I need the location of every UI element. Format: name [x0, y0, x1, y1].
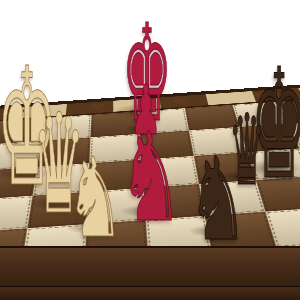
pieces-layer: ♚♟♚♚♛♛♞♞♞ [0, 0, 300, 300]
piece-natural-knight[interactable]: ♞ [66, 143, 123, 253]
piece-red-knight[interactable]: ♞ [119, 116, 183, 239]
piece-dark-knight[interactable]: ♞ [188, 142, 248, 257]
product-photo-scene: ♥ ♥ ♥ ♥ ♥ ♥ ♥ ♥ ♚♟♚♚♛♛♞♞♞ [0, 0, 300, 300]
